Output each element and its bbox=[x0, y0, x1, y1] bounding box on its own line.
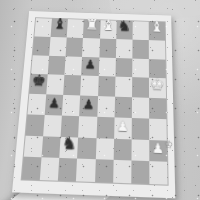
square-d4: ♟ bbox=[79, 95, 97, 116]
square-d6: ♟ bbox=[81, 56, 99, 76]
photo-background: ♝♜♝♞♝♟♚♚♟♟♟♞♟ ♔ bbox=[0, 0, 200, 200]
square-d7 bbox=[82, 38, 99, 57]
square-b3 bbox=[43, 115, 62, 137]
black-king-a5: ♚ bbox=[31, 73, 46, 89]
square-f3: ♟ bbox=[114, 117, 132, 139]
square-g3 bbox=[131, 118, 149, 140]
square-b5 bbox=[46, 75, 64, 95]
square-c7 bbox=[66, 37, 83, 56]
square-f6 bbox=[115, 58, 132, 78]
square-b6 bbox=[48, 55, 66, 75]
square-e6 bbox=[98, 57, 115, 77]
square-d8: ♜ bbox=[83, 20, 100, 39]
square-a8 bbox=[34, 18, 52, 37]
square-f1 bbox=[113, 160, 131, 183]
square-a5: ♚ bbox=[29, 74, 48, 94]
square-b1 bbox=[40, 158, 60, 181]
black-pawn-b4: ♟ bbox=[48, 96, 61, 109]
square-g7 bbox=[132, 39, 149, 58]
square-e3 bbox=[96, 117, 114, 139]
board-logo-stamp-icon: ♔ bbox=[163, 139, 173, 151]
square-g4 bbox=[132, 97, 149, 118]
white-bishop-e8: ♝ bbox=[101, 19, 115, 33]
square-a7 bbox=[33, 36, 51, 55]
square-c6 bbox=[65, 56, 83, 76]
square-h7 bbox=[149, 40, 166, 59]
chessboard-squares: ♝♜♝♞♝♟♚♚♟♟♟♞♟ bbox=[21, 17, 169, 186]
square-f2 bbox=[113, 138, 131, 160]
square-h5: ♚ bbox=[149, 78, 166, 98]
square-c2: ♞ bbox=[60, 136, 79, 158]
square-g2 bbox=[131, 139, 149, 161]
square-a3 bbox=[26, 114, 45, 136]
square-g5 bbox=[132, 77, 149, 97]
chessboard: ♝♜♝♞♝♟♚♚♟♟♟♞♟ ♔ bbox=[12, 11, 175, 198]
square-d1 bbox=[76, 159, 95, 182]
square-e8: ♝ bbox=[100, 20, 117, 39]
square-g6 bbox=[132, 58, 149, 78]
white-rook-d8: ♜ bbox=[85, 18, 99, 32]
white-pawn-f3: ♟ bbox=[117, 119, 129, 133]
square-e7 bbox=[99, 38, 116, 57]
square-d3 bbox=[78, 116, 96, 138]
square-a4 bbox=[28, 94, 47, 115]
square-b8: ♝ bbox=[51, 19, 68, 38]
white-king-h5: ♚ bbox=[150, 76, 164, 92]
square-d5 bbox=[80, 76, 98, 96]
square-a1 bbox=[22, 157, 42, 180]
square-c4 bbox=[62, 95, 80, 116]
square-g1 bbox=[131, 161, 149, 184]
square-d2 bbox=[77, 137, 96, 159]
square-e5 bbox=[98, 76, 116, 96]
square-a2 bbox=[24, 135, 43, 157]
black-knight-c2: ♞ bbox=[61, 135, 77, 152]
square-e1 bbox=[95, 159, 114, 182]
square-c5 bbox=[63, 75, 81, 95]
square-c8 bbox=[67, 19, 84, 38]
square-b4: ♟ bbox=[45, 94, 64, 115]
square-e4 bbox=[97, 96, 115, 117]
square-f4 bbox=[114, 97, 132, 118]
square-h1 bbox=[149, 161, 167, 184]
square-e2 bbox=[95, 138, 113, 160]
square-g8 bbox=[132, 21, 148, 40]
black-knight-f8: ♞ bbox=[117, 19, 131, 33]
black-pawn-d6: ♟ bbox=[84, 58, 96, 70]
square-f7 bbox=[116, 39, 133, 58]
square-h4 bbox=[149, 98, 166, 119]
black-pawn-d4: ♟ bbox=[83, 97, 95, 110]
square-b7 bbox=[49, 37, 67, 56]
white-bishop-h8: ♝ bbox=[150, 20, 164, 34]
square-f8: ♞ bbox=[116, 21, 133, 40]
square-b2 bbox=[42, 136, 61, 158]
square-h8: ♝ bbox=[149, 22, 165, 41]
square-f5 bbox=[115, 77, 132, 97]
black-bishop-b8: ♝ bbox=[52, 17, 66, 31]
square-c1 bbox=[58, 158, 77, 181]
